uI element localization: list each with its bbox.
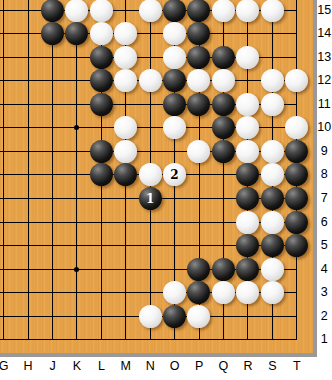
board-edge-shadow-bottom [0,353,317,357]
stone-black-P14[interactable] [187,22,210,45]
column-label-H: H [18,359,38,373]
stone-white-P9[interactable] [187,140,210,163]
row-label-10: 10 [317,120,332,134]
stone-black-T6[interactable] [285,211,308,234]
stone-white-S8[interactable] [261,163,284,186]
stone-black-S7[interactable] [261,187,284,210]
row-label-7: 7 [317,191,332,205]
stone-white-Q15[interactable] [212,0,235,22]
stone-white-N15[interactable] [139,0,162,22]
stone-black-L13[interactable] [90,46,113,69]
stone-black-N7[interactable]: 1 [139,187,162,210]
stone-white-L15[interactable] [90,0,113,22]
stone-black-Q9[interactable] [212,140,235,163]
stone-white-O8[interactable]: 2 [163,163,186,186]
row-label-11: 11 [317,97,332,111]
stone-black-P15[interactable] [187,0,210,22]
stone-black-P4[interactable] [187,258,210,281]
stone-black-Q4[interactable] [212,258,235,281]
row-label-6: 6 [317,215,332,229]
stone-white-S12[interactable] [261,69,284,92]
stone-white-P12[interactable] [187,69,210,92]
stone-black-R5[interactable] [236,234,259,257]
stones-layer: 21 [0,0,309,352]
stone-black-Q10[interactable] [212,116,235,139]
row-label-2: 2 [317,309,332,323]
stone-white-M9[interactable] [114,140,137,163]
stone-white-S3[interactable] [261,281,284,304]
row-label-3: 3 [317,285,332,299]
stone-white-P2[interactable] [187,305,210,328]
stone-black-L9[interactable] [90,140,113,163]
stone-white-R15[interactable] [236,0,259,22]
stone-black-R4[interactable] [236,258,259,281]
move-number-label: 2 [170,169,178,181]
stone-white-R13[interactable] [236,46,259,69]
stone-white-N8[interactable] [139,163,162,186]
row-label-9: 9 [317,144,332,158]
stone-black-L11[interactable] [90,93,113,116]
row-label-4: 4 [317,262,332,276]
column-label-G: G [0,359,14,373]
row-label-14: 14 [317,26,332,40]
stone-white-S11[interactable] [261,93,284,116]
stone-black-T5[interactable] [285,234,308,257]
stone-black-J14[interactable] [41,22,64,45]
column-label-Q: Q [213,359,233,373]
stone-white-S6[interactable] [261,211,284,234]
stone-white-S9[interactable] [261,140,284,163]
stone-black-P3[interactable] [187,281,210,304]
column-label-K: K [67,359,87,373]
stone-black-T9[interactable] [285,140,308,163]
stone-white-M14[interactable] [114,22,137,45]
column-label-M: M [116,359,136,373]
stone-black-M8[interactable] [114,163,137,186]
stone-white-M10[interactable] [114,116,137,139]
row-label-12: 12 [317,73,332,87]
stone-white-Q3[interactable] [212,281,235,304]
row-label-8: 8 [317,167,332,181]
stone-white-O13[interactable] [163,46,186,69]
stone-black-P13[interactable] [187,46,210,69]
stone-black-J15[interactable] [41,0,64,22]
stone-black-R8[interactable] [236,163,259,186]
stone-white-S4[interactable] [261,258,284,281]
stone-white-R9[interactable] [236,140,259,163]
stone-white-R11[interactable] [236,93,259,116]
stone-black-R7[interactable] [236,187,259,210]
go-diagram: 21 GHJKLMNOPQRST151413121110987654321 [0,0,332,380]
column-label-T: T [287,359,307,373]
row-label-13: 13 [317,50,332,64]
stone-white-K15[interactable] [65,0,88,22]
stone-black-T7[interactable] [285,187,308,210]
stone-white-S15[interactable] [261,0,284,22]
stone-black-S5[interactable] [261,234,284,257]
stone-black-K14[interactable] [65,22,88,45]
stone-white-Q12[interactable] [212,69,235,92]
stone-white-N12[interactable] [139,69,162,92]
column-label-J: J [43,359,63,373]
column-label-L: L [91,359,111,373]
column-label-R: R [238,359,258,373]
column-label-O: O [165,359,185,373]
column-label-N: N [140,359,160,373]
stone-white-M12[interactable] [114,69,137,92]
stone-white-O10[interactable] [163,116,186,139]
stone-black-Q11[interactable] [212,93,235,116]
stone-black-O11[interactable] [163,93,186,116]
stone-white-M13[interactable] [114,46,137,69]
row-label-5: 5 [317,238,332,252]
column-label-P: P [189,359,209,373]
stone-white-O3[interactable] [163,281,186,304]
stone-black-O2[interactable] [163,305,186,328]
stone-black-T8[interactable] [285,163,308,186]
stone-white-R10[interactable] [236,116,259,139]
stone-white-T10[interactable] [285,116,308,139]
stone-black-L12[interactable] [90,69,113,92]
column-label-S: S [262,359,282,373]
stone-white-R6[interactable] [236,211,259,234]
stone-black-P11[interactable] [187,93,210,116]
stone-black-O12[interactable] [163,69,186,92]
row-label-15: 15 [317,3,332,17]
stone-white-R3[interactable] [236,281,259,304]
stone-white-O14[interactable] [163,22,186,45]
stone-white-N2[interactable] [139,305,162,328]
stone-black-L8[interactable] [90,163,113,186]
stone-white-L14[interactable] [90,22,113,45]
move-number-label: 1 [146,193,154,205]
stone-black-O15[interactable] [163,0,186,22]
stone-white-T12[interactable] [285,69,308,92]
stone-black-Q13[interactable] [212,46,235,69]
row-label-1: 1 [317,332,332,346]
